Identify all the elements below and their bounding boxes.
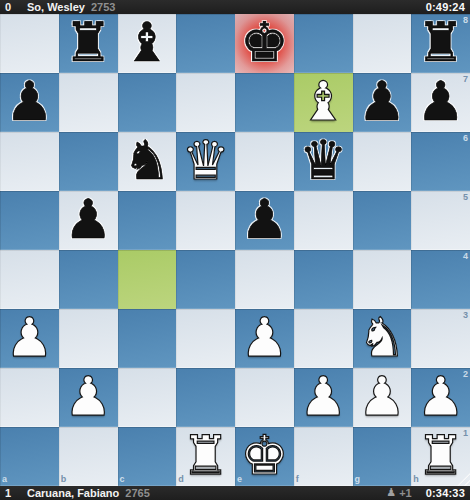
material-advantage-pawn-icon: ♟ xyxy=(386,486,396,500)
square-b2[interactable]: ♟ xyxy=(59,368,118,427)
piece-white-pawn[interactable]: ♟ xyxy=(299,370,347,424)
white-player-rating: 2765 xyxy=(125,486,149,500)
square-f2[interactable]: ♟ xyxy=(294,368,353,427)
square-d3[interactable] xyxy=(176,309,235,368)
square-a3[interactable]: ♟ xyxy=(0,309,59,368)
square-a8[interactable] xyxy=(0,14,59,73)
piece-black-bishop[interactable]: ♝ xyxy=(123,16,171,70)
square-f7[interactable]: ♝ xyxy=(294,73,353,132)
square-e5[interactable]: ♟ xyxy=(235,191,294,250)
square-h6[interactable]: 6 xyxy=(411,132,470,191)
black-clock: 0:49:24 xyxy=(426,0,465,14)
rank-label-7: 7 xyxy=(463,75,468,84)
square-g4[interactable] xyxy=(353,250,412,309)
square-b6[interactable] xyxy=(59,132,118,191)
square-d7[interactable] xyxy=(176,73,235,132)
piece-black-pawn[interactable]: ♟ xyxy=(5,75,53,129)
chess-board: ♜♝♚♜8♟♝♟♟7♞♛♛6♟♟54♟♟♞3♟♟♟♟2abc♜d♚efg♜1h xyxy=(0,14,470,486)
square-e3[interactable]: ♟ xyxy=(235,309,294,368)
black-score: 0 xyxy=(5,0,20,14)
rank-label-8: 8 xyxy=(463,16,468,25)
piece-white-pawn[interactable]: ♟ xyxy=(416,370,464,424)
square-c5[interactable] xyxy=(118,191,177,250)
square-h5[interactable]: 5 xyxy=(411,191,470,250)
piece-black-rook[interactable]: ♜ xyxy=(416,16,464,70)
square-a4[interactable] xyxy=(0,250,59,309)
square-h3[interactable]: 3 xyxy=(411,309,470,368)
square-c6[interactable]: ♞ xyxy=(118,132,177,191)
file-label-a: a xyxy=(2,475,7,484)
piece-black-knight[interactable]: ♞ xyxy=(123,134,171,188)
square-g8[interactable] xyxy=(353,14,412,73)
file-label-h: h xyxy=(413,475,419,484)
square-e1[interactable]: ♚e xyxy=(235,427,294,486)
square-f8[interactable] xyxy=(294,14,353,73)
square-c4[interactable] xyxy=(118,250,177,309)
black-player-name: So, Wesley xyxy=(27,0,85,14)
file-label-g: g xyxy=(355,475,361,484)
square-d2[interactable] xyxy=(176,368,235,427)
square-e8[interactable]: ♚ xyxy=(235,14,294,73)
piece-white-bishop[interactable]: ♝ xyxy=(299,75,347,129)
square-d1[interactable]: ♜d xyxy=(176,427,235,486)
square-g7[interactable]: ♟ xyxy=(353,73,412,132)
square-h2[interactable]: ♟2 xyxy=(411,368,470,427)
square-b7[interactable] xyxy=(59,73,118,132)
square-h8[interactable]: ♜8 xyxy=(411,14,470,73)
piece-black-pawn[interactable]: ♟ xyxy=(64,193,112,247)
piece-black-pawn[interactable]: ♟ xyxy=(240,193,288,247)
piece-white-rook[interactable]: ♜ xyxy=(416,429,464,483)
square-g5[interactable] xyxy=(353,191,412,250)
white-clock: 0:34:33 xyxy=(426,486,465,500)
player-bar-white[interactable]: 1 Caruana, Fabiano 2765 ♟ +1 0:34:33 xyxy=(0,486,470,500)
square-a1[interactable]: a xyxy=(0,427,59,486)
square-a6[interactable] xyxy=(0,132,59,191)
material-advantage-value: +1 xyxy=(399,486,412,500)
square-h1[interactable]: ♜1h xyxy=(411,427,470,486)
square-d8[interactable] xyxy=(176,14,235,73)
file-label-d: d xyxy=(178,475,184,484)
square-c1[interactable]: c xyxy=(118,427,177,486)
piece-black-pawn[interactable]: ♟ xyxy=(358,75,406,129)
square-d5[interactable] xyxy=(176,191,235,250)
piece-white-pawn[interactable]: ♟ xyxy=(240,311,288,365)
rank-label-3: 3 xyxy=(463,311,468,320)
piece-black-queen[interactable]: ♛ xyxy=(299,134,347,188)
square-d6[interactable]: ♛ xyxy=(176,132,235,191)
white-player-name: Caruana, Fabiano xyxy=(27,486,119,500)
chess-app-window: 0 So, Wesley 2753 0:49:24 ♜♝♚♜8♟♝♟♟7♞♛♛6… xyxy=(0,0,470,500)
square-c8[interactable]: ♝ xyxy=(118,14,177,73)
piece-white-king[interactable]: ♚ xyxy=(240,429,288,483)
square-e4[interactable] xyxy=(235,250,294,309)
rank-label-6: 6 xyxy=(463,134,468,143)
rank-label-4: 4 xyxy=(463,252,468,261)
square-c2[interactable] xyxy=(118,368,177,427)
square-g6[interactable] xyxy=(353,132,412,191)
square-g2[interactable]: ♟ xyxy=(353,368,412,427)
square-f1[interactable]: f xyxy=(294,427,353,486)
black-player-rating: 2753 xyxy=(91,0,115,14)
square-e7[interactable] xyxy=(235,73,294,132)
file-label-f: f xyxy=(296,475,299,484)
square-e2[interactable] xyxy=(235,368,294,427)
piece-white-rook[interactable]: ♜ xyxy=(181,429,229,483)
square-h7[interactable]: ♟7 xyxy=(411,73,470,132)
piece-white-knight[interactable]: ♞ xyxy=(358,311,406,365)
rank-label-5: 5 xyxy=(463,193,468,202)
square-f4[interactable] xyxy=(294,250,353,309)
square-f6[interactable]: ♛ xyxy=(294,132,353,191)
piece-white-queen[interactable]: ♛ xyxy=(181,134,229,188)
piece-white-pawn[interactable]: ♟ xyxy=(64,370,112,424)
square-b8[interactable]: ♜ xyxy=(59,14,118,73)
square-c3[interactable] xyxy=(118,309,177,368)
square-b3[interactable] xyxy=(59,309,118,368)
square-h4[interactable]: 4 xyxy=(411,250,470,309)
rank-label-2: 2 xyxy=(463,370,468,379)
rank-label-1: 1 xyxy=(463,429,468,438)
piece-white-pawn[interactable]: ♟ xyxy=(5,311,53,365)
square-f5[interactable] xyxy=(294,191,353,250)
piece-black-king[interactable]: ♚ xyxy=(240,16,288,70)
square-a2[interactable] xyxy=(0,368,59,427)
square-g1[interactable]: g xyxy=(353,427,412,486)
white-score: 1 xyxy=(5,486,20,500)
piece-white-pawn[interactable]: ♟ xyxy=(358,370,406,424)
file-label-e: e xyxy=(237,475,242,484)
square-d4[interactable] xyxy=(176,250,235,309)
piece-black-pawn[interactable]: ♟ xyxy=(416,75,464,129)
square-b1[interactable]: b xyxy=(59,427,118,486)
square-a7[interactable]: ♟ xyxy=(0,73,59,132)
file-label-b: b xyxy=(61,475,67,484)
square-b5[interactable]: ♟ xyxy=(59,191,118,250)
square-e6[interactable] xyxy=(235,132,294,191)
square-f3[interactable] xyxy=(294,309,353,368)
square-b4[interactable] xyxy=(59,250,118,309)
square-a5[interactable] xyxy=(0,191,59,250)
square-c7[interactable] xyxy=(118,73,177,132)
piece-black-rook[interactable]: ♜ xyxy=(64,16,112,70)
square-g3[interactable]: ♞ xyxy=(353,309,412,368)
file-label-c: c xyxy=(120,475,125,484)
player-bar-black[interactable]: 0 So, Wesley 2753 0:49:24 xyxy=(0,0,470,14)
